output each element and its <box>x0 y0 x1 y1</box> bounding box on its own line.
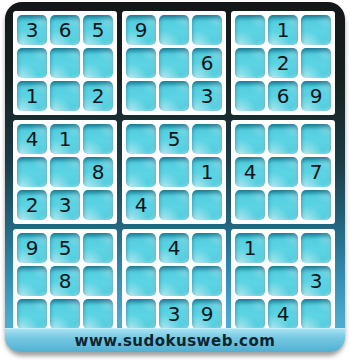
cell-r6c7[interactable] <box>235 190 265 220</box>
cell-r8c4[interactable] <box>126 266 156 296</box>
cell-r6c1[interactable]: 2 <box>17 190 47 220</box>
cell-r6c5[interactable] <box>159 190 189 220</box>
cell-r9c9[interactable] <box>301 299 331 329</box>
cell-r8c9[interactable]: 3 <box>301 266 331 296</box>
cell-r7c7[interactable]: 1 <box>235 233 265 263</box>
cell-r3c9[interactable]: 9 <box>301 81 331 111</box>
cell-r5c8[interactable] <box>268 157 298 187</box>
block-9: 134 <box>231 229 335 333</box>
cell-r5c2[interactable] <box>50 157 80 187</box>
cell-r5c4[interactable] <box>126 157 156 187</box>
cell-r4c2[interactable]: 1 <box>50 124 80 154</box>
cell-r1c6[interactable] <box>192 15 222 45</box>
cell-r1c4[interactable]: 9 <box>126 15 156 45</box>
cell-r9c2[interactable] <box>50 299 80 329</box>
cell-r4c3[interactable] <box>83 124 113 154</box>
cell-r7c8[interactable] <box>268 233 298 263</box>
cell-r3c3[interactable]: 2 <box>83 81 113 111</box>
cell-r8c3[interactable] <box>83 266 113 296</box>
cell-r5c7[interactable]: 4 <box>235 157 265 187</box>
cell-r4c5[interactable]: 5 <box>159 124 189 154</box>
cell-r1c8[interactable]: 1 <box>268 15 298 45</box>
cell-r6c4[interactable]: 4 <box>126 190 156 220</box>
cell-r1c1[interactable]: 3 <box>17 15 47 45</box>
cell-r6c9[interactable] <box>301 190 331 220</box>
block-8: 439 <box>122 229 226 333</box>
cell-r1c9[interactable] <box>301 15 331 45</box>
cell-r3c2[interactable] <box>50 81 80 111</box>
cell-r5c5[interactable] <box>159 157 189 187</box>
cell-r9c7[interactable] <box>235 299 265 329</box>
cell-r7c4[interactable] <box>126 233 156 263</box>
cell-r3c8[interactable]: 6 <box>268 81 298 111</box>
cell-r3c4[interactable] <box>126 81 156 111</box>
cell-r3c6[interactable]: 3 <box>192 81 222 111</box>
sudoku-board: 3651296312694182351447958439134 <box>13 11 335 333</box>
cell-r4c8[interactable] <box>268 124 298 154</box>
cell-r2c9[interactable] <box>301 48 331 78</box>
cell-r9c4[interactable] <box>126 299 156 329</box>
cell-r4c1[interactable]: 4 <box>17 124 47 154</box>
cell-r7c2[interactable]: 5 <box>50 233 80 263</box>
cell-r2c8[interactable]: 2 <box>268 48 298 78</box>
cell-r9c8[interactable]: 4 <box>268 299 298 329</box>
block-7: 958 <box>13 229 117 333</box>
cell-r4c6[interactable] <box>192 124 222 154</box>
cell-r4c9[interactable] <box>301 124 331 154</box>
cell-r4c4[interactable] <box>126 124 156 154</box>
cell-r4c7[interactable] <box>235 124 265 154</box>
cell-r6c2[interactable]: 3 <box>50 190 80 220</box>
cell-r6c8[interactable] <box>268 190 298 220</box>
cell-r1c7[interactable] <box>235 15 265 45</box>
cell-r2c2[interactable] <box>50 48 80 78</box>
cell-r5c1[interactable] <box>17 157 47 187</box>
cell-r8c1[interactable] <box>17 266 47 296</box>
cell-r8c8[interactable] <box>268 266 298 296</box>
cell-r7c5[interactable]: 4 <box>159 233 189 263</box>
cell-r2c6[interactable]: 6 <box>192 48 222 78</box>
cell-r6c3[interactable] <box>83 190 113 220</box>
block-5: 514 <box>122 120 226 224</box>
cell-r8c7[interactable] <box>235 266 265 296</box>
block-4: 41823 <box>13 120 117 224</box>
cell-r8c2[interactable]: 8 <box>50 266 80 296</box>
cell-r7c9[interactable] <box>301 233 331 263</box>
block-6: 47 <box>231 120 335 224</box>
cell-r2c5[interactable] <box>159 48 189 78</box>
cell-r9c5[interactable]: 3 <box>159 299 189 329</box>
cell-r8c6[interactable] <box>192 266 222 296</box>
cell-r1c3[interactable]: 5 <box>83 15 113 45</box>
cell-r1c5[interactable] <box>159 15 189 45</box>
cell-r3c7[interactable] <box>235 81 265 111</box>
cell-r5c9[interactable]: 7 <box>301 157 331 187</box>
cell-r2c1[interactable] <box>17 48 47 78</box>
sudoku-frame: 3651296312694182351447958439134 www.sudo… <box>5 2 345 352</box>
cell-r8c5[interactable] <box>159 266 189 296</box>
cell-r2c4[interactable] <box>126 48 156 78</box>
cell-r9c3[interactable] <box>83 299 113 329</box>
site-url[interactable]: www.sudokusweb.com <box>75 332 276 350</box>
cell-r2c7[interactable] <box>235 48 265 78</box>
cell-r5c3[interactable]: 8 <box>83 157 113 187</box>
block-2: 963 <box>122 11 226 115</box>
cell-r7c3[interactable] <box>83 233 113 263</box>
cell-r9c6[interactable]: 9 <box>192 299 222 329</box>
cell-r6c6[interactable] <box>192 190 222 220</box>
block-3: 1269 <box>231 11 335 115</box>
cell-r3c5[interactable] <box>159 81 189 111</box>
footer-bar: www.sudokusweb.com <box>5 328 345 352</box>
cell-r9c1[interactable] <box>17 299 47 329</box>
cell-r7c6[interactable] <box>192 233 222 263</box>
block-1: 36512 <box>13 11 117 115</box>
cell-r5c6[interactable]: 1 <box>192 157 222 187</box>
cell-r3c1[interactable]: 1 <box>17 81 47 111</box>
cell-r2c3[interactable] <box>83 48 113 78</box>
cell-r7c1[interactable]: 9 <box>17 233 47 263</box>
cell-r1c2[interactable]: 6 <box>50 15 80 45</box>
